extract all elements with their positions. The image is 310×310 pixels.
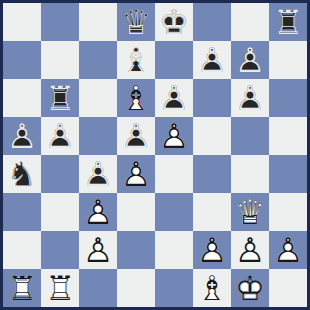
piece-white-rook[interactable]: ♜♖ <box>3 269 41 307</box>
square-b7[interactable] <box>41 41 79 79</box>
queen-outline-glyph: ♕ <box>117 3 155 41</box>
piece-white-king[interactable]: ♚♔ <box>231 269 269 307</box>
square-b1[interactable]: ♜♖ <box>41 269 79 307</box>
square-g4[interactable] <box>231 155 269 193</box>
square-g3[interactable]: ♛♕ <box>231 193 269 231</box>
pawn-outline-glyph: ♙ <box>117 155 155 193</box>
square-f7[interactable]: ♟♙ <box>193 41 231 79</box>
square-c6[interactable] <box>79 79 117 117</box>
rook-outline-glyph: ♖ <box>269 3 307 41</box>
king-outline-glyph: ♔ <box>155 3 193 41</box>
pawn-outline-glyph: ♙ <box>155 79 193 117</box>
queen-outline-glyph: ♕ <box>231 193 269 231</box>
pawn-outline-glyph: ♙ <box>41 117 79 155</box>
pawn-outline-glyph: ♙ <box>231 231 269 269</box>
square-d7[interactable]: ♝♗ <box>117 41 155 79</box>
rook-outline-glyph: ♖ <box>3 269 41 307</box>
square-f8[interactable] <box>193 3 231 41</box>
square-e7[interactable] <box>155 41 193 79</box>
square-d3[interactable] <box>117 193 155 231</box>
square-d4[interactable]: ♟♙ <box>117 155 155 193</box>
piece-black-pawn[interactable]: ♟♙ <box>79 155 117 193</box>
piece-black-bishop[interactable]: ♝♗ <box>117 41 155 79</box>
piece-white-bishop[interactable]: ♝♗ <box>193 269 231 307</box>
square-h7[interactable] <box>269 41 307 79</box>
square-f3[interactable] <box>193 193 231 231</box>
square-f1[interactable]: ♝♗ <box>193 269 231 307</box>
square-g7[interactable]: ♟♙ <box>231 41 269 79</box>
piece-black-pawn[interactable]: ♟♙ <box>231 41 269 79</box>
square-e8[interactable]: ♚♔ <box>155 3 193 41</box>
square-g2[interactable]: ♟♙ <box>231 231 269 269</box>
pawn-outline-glyph: ♙ <box>117 117 155 155</box>
square-c7[interactable] <box>79 41 117 79</box>
piece-black-rook[interactable]: ♜♖ <box>41 79 79 117</box>
square-a8[interactable] <box>3 3 41 41</box>
square-c3[interactable]: ♟♙ <box>79 193 117 231</box>
square-e2[interactable] <box>155 231 193 269</box>
square-f2[interactable]: ♟♙ <box>193 231 231 269</box>
square-c5[interactable] <box>79 117 117 155</box>
knight-outline-glyph: ♘ <box>3 155 41 193</box>
square-c2[interactable]: ♟♙ <box>79 231 117 269</box>
square-b8[interactable] <box>41 3 79 41</box>
piece-white-rook[interactable]: ♜♖ <box>41 269 79 307</box>
square-f4[interactable] <box>193 155 231 193</box>
pawn-outline-glyph: ♙ <box>79 193 117 231</box>
piece-white-queen[interactable]: ♛♕ <box>231 193 269 231</box>
piece-black-rook[interactable]: ♜♖ <box>269 3 307 41</box>
square-h3[interactable] <box>269 193 307 231</box>
pawn-outline-glyph: ♙ <box>231 41 269 79</box>
piece-black-pawn[interactable]: ♟♙ <box>3 117 41 155</box>
square-e6[interactable]: ♟♙ <box>155 79 193 117</box>
square-d1[interactable] <box>117 269 155 307</box>
square-b2[interactable] <box>41 231 79 269</box>
pawn-outline-glyph: ♙ <box>155 117 193 155</box>
square-h5[interactable] <box>269 117 307 155</box>
square-d5[interactable]: ♟♙ <box>117 117 155 155</box>
square-b4[interactable] <box>41 155 79 193</box>
square-a4[interactable]: ♞♘ <box>3 155 41 193</box>
piece-white-pawn[interactable]: ♟♙ <box>155 117 193 155</box>
square-h4[interactable] <box>269 155 307 193</box>
square-h2[interactable]: ♟♙ <box>269 231 307 269</box>
square-a2[interactable] <box>3 231 41 269</box>
square-a5[interactable]: ♟♙ <box>3 117 41 155</box>
king-outline-glyph: ♔ <box>231 269 269 307</box>
square-g5[interactable] <box>231 117 269 155</box>
piece-white-pawn[interactable]: ♟♙ <box>193 231 231 269</box>
piece-white-bishop[interactable]: ♝♗ <box>117 79 155 117</box>
square-d8[interactable]: ♛♕ <box>117 3 155 41</box>
pawn-outline-glyph: ♙ <box>193 231 231 269</box>
square-d2[interactable] <box>117 231 155 269</box>
piece-white-pawn[interactable]: ♟♙ <box>79 193 117 231</box>
square-g1[interactable]: ♚♔ <box>231 269 269 307</box>
piece-black-pawn[interactable]: ♟♙ <box>193 41 231 79</box>
square-h8[interactable]: ♜♖ <box>269 3 307 41</box>
square-h1[interactable] <box>269 269 307 307</box>
square-d6[interactable]: ♝♗ <box>117 79 155 117</box>
square-c4[interactable]: ♟♙ <box>79 155 117 193</box>
chess-board: ♛♕♚♔♜♖♝♗♟♙♟♙♜♖♝♗♟♙♟♙♟♙♟♙♟♙♟♙♞♘♟♙♟♙♟♙♛♕♟♙… <box>0 0 310 310</box>
bishop-outline-glyph: ♗ <box>117 41 155 79</box>
square-h6[interactable] <box>269 79 307 117</box>
square-b6[interactable]: ♜♖ <box>41 79 79 117</box>
bishop-outline-glyph: ♗ <box>193 269 231 307</box>
pawn-outline-glyph: ♙ <box>79 155 117 193</box>
square-a1[interactable]: ♜♖ <box>3 269 41 307</box>
rook-outline-glyph: ♖ <box>41 79 79 117</box>
rook-outline-glyph: ♖ <box>41 269 79 307</box>
pawn-outline-glyph: ♙ <box>3 117 41 155</box>
piece-white-pawn[interactable]: ♟♙ <box>79 231 117 269</box>
piece-black-queen[interactable]: ♛♕ <box>117 3 155 41</box>
bishop-outline-glyph: ♗ <box>117 79 155 117</box>
square-f5[interactable] <box>193 117 231 155</box>
piece-white-pawn[interactable]: ♟♙ <box>269 231 307 269</box>
square-e4[interactable] <box>155 155 193 193</box>
square-b3[interactable] <box>41 193 79 231</box>
pawn-outline-glyph: ♙ <box>269 231 307 269</box>
square-c8[interactable] <box>79 3 117 41</box>
pawn-outline-glyph: ♙ <box>231 79 269 117</box>
square-e1[interactable] <box>155 269 193 307</box>
piece-black-knight[interactable]: ♞♘ <box>3 155 41 193</box>
piece-black-pawn[interactable]: ♟♙ <box>155 79 193 117</box>
square-a7[interactable] <box>3 41 41 79</box>
square-a3[interactable] <box>3 193 41 231</box>
piece-black-pawn[interactable]: ♟♙ <box>41 117 79 155</box>
piece-white-pawn[interactable]: ♟♙ <box>117 155 155 193</box>
square-g8[interactable] <box>231 3 269 41</box>
pawn-outline-glyph: ♙ <box>79 231 117 269</box>
square-e3[interactable] <box>155 193 193 231</box>
pawn-outline-glyph: ♙ <box>193 41 231 79</box>
piece-black-pawn[interactable]: ♟♙ <box>231 79 269 117</box>
square-c1[interactable] <box>79 269 117 307</box>
piece-white-pawn[interactable]: ♟♙ <box>231 231 269 269</box>
square-g6[interactable]: ♟♙ <box>231 79 269 117</box>
square-b5[interactable]: ♟♙ <box>41 117 79 155</box>
square-f6[interactable] <box>193 79 231 117</box>
piece-black-king[interactable]: ♚♔ <box>155 3 193 41</box>
square-e5[interactable]: ♟♙ <box>155 117 193 155</box>
piece-black-pawn[interactable]: ♟♙ <box>117 117 155 155</box>
square-a6[interactable] <box>3 79 41 117</box>
